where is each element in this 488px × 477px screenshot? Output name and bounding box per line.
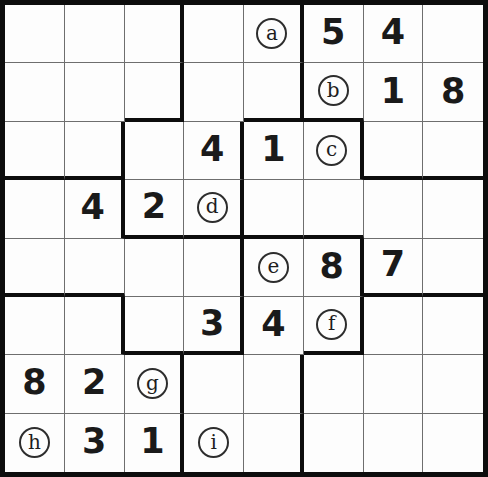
given-digit: 3 [82,424,106,459]
cell-r5c8[interactable] [423,239,483,297]
cell-r6c5: 4 [244,297,304,355]
given-digit: 8 [319,249,343,284]
circled-letter-d: d [197,192,228,223]
given-digit: 1 [261,132,285,167]
circled-letter-e: e [258,252,289,283]
cell-r1c8[interactable] [423,5,483,63]
cell-r3c2[interactable] [65,122,125,180]
cell-r8c4: i [184,414,244,472]
cell-r6c3[interactable] [125,297,185,355]
cell-r8c8[interactable] [423,414,483,472]
given-digit: 2 [82,365,106,400]
cell-r2c3[interactable] [125,63,185,121]
cell-r4c5[interactable] [244,180,304,238]
cell-r3c5: 1 [244,122,304,180]
cell-r6c1[interactable] [5,297,65,355]
cell-r5c1[interactable] [5,239,65,297]
cell-r2c5[interactable] [244,63,304,121]
given-digit: 4 [381,15,405,50]
cell-r4c3: 2 [125,180,185,238]
given-digit: 8 [441,74,465,109]
jigsaw-sudoku-board: a54b1841c42de8734f82gh31i [0,0,488,477]
cell-r3c1[interactable] [5,122,65,180]
cell-r4c1[interactable] [5,180,65,238]
cell-r4c8[interactable] [423,180,483,238]
cell-r8c2: 3 [65,414,125,472]
cell-r6c7[interactable] [364,297,424,355]
cell-r7c6[interactable] [304,355,364,413]
cell-r2c4[interactable] [184,63,244,121]
cell-r4c2: 4 [65,180,125,238]
cell-r1c5: a [244,5,304,63]
circled-letter-g: g [137,368,168,399]
cell-r7c8[interactable] [423,355,483,413]
cell-r3c8[interactable] [423,122,483,180]
given-digit: 7 [381,247,405,282]
cell-r8c6[interactable] [304,414,364,472]
cell-r7c7[interactable] [364,355,424,413]
cell-r5c3[interactable] [125,239,185,297]
cell-r7c2: 2 [65,355,125,413]
circled-letter-i: i [198,427,229,458]
given-digit: 1 [381,74,405,109]
cell-r6c6: f [304,297,364,355]
cell-r3c4: 4 [184,122,244,180]
cell-r3c6: c [304,122,364,180]
given-digit: 8 [22,365,46,400]
given-digit: 4 [261,307,285,342]
cell-r4c7[interactable] [364,180,424,238]
circled-letter-h: h [19,427,50,458]
given-digit: 3 [200,306,224,341]
cell-r7c5[interactable] [244,355,304,413]
cell-r2c6: b [304,63,364,121]
given-digit: 4 [80,190,104,225]
given-digit: 5 [321,15,345,50]
cell-r3c7[interactable] [364,122,424,180]
cell-r5c4[interactable] [184,239,244,297]
cell-r7c3: g [125,355,185,413]
cell-r6c2[interactable] [65,297,125,355]
cell-r8c7[interactable] [364,414,424,472]
cell-r2c1[interactable] [5,63,65,121]
circled-letter-b: b [318,75,349,106]
cell-r8c1: h [5,414,65,472]
given-digit: 1 [140,424,164,459]
circled-letter-a: a [256,18,287,49]
cell-r4c4: d [184,180,244,238]
cell-r8c3: 1 [125,414,185,472]
cell-r2c7: 1 [364,63,424,121]
cell-r1c3[interactable] [125,5,185,63]
cell-r5c6: 8 [304,239,364,297]
circled-letter-c: c [316,135,347,166]
cell-r6c8[interactable] [423,297,483,355]
cell-r8c5[interactable] [244,414,304,472]
cell-r1c2[interactable] [65,5,125,63]
cell-r1c6: 5 [304,5,364,63]
given-digit: 2 [142,189,166,224]
cell-r7c4[interactable] [184,355,244,413]
cell-r3c3[interactable] [125,122,185,180]
cell-r2c2[interactable] [65,63,125,121]
cell-r2c8: 8 [423,63,483,121]
cell-r5c5: e [244,239,304,297]
cell-r1c7: 4 [364,5,424,63]
cell-r5c7: 7 [364,239,424,297]
cell-r1c4[interactable] [184,5,244,63]
circled-letter-f: f [316,309,347,340]
cell-r5c2[interactable] [65,239,125,297]
cell-r4c6[interactable] [304,180,364,238]
given-digit: 4 [200,132,224,167]
cell-r7c1: 8 [5,355,65,413]
cell-r1c1[interactable] [5,5,65,63]
cell-r6c4: 3 [184,297,244,355]
